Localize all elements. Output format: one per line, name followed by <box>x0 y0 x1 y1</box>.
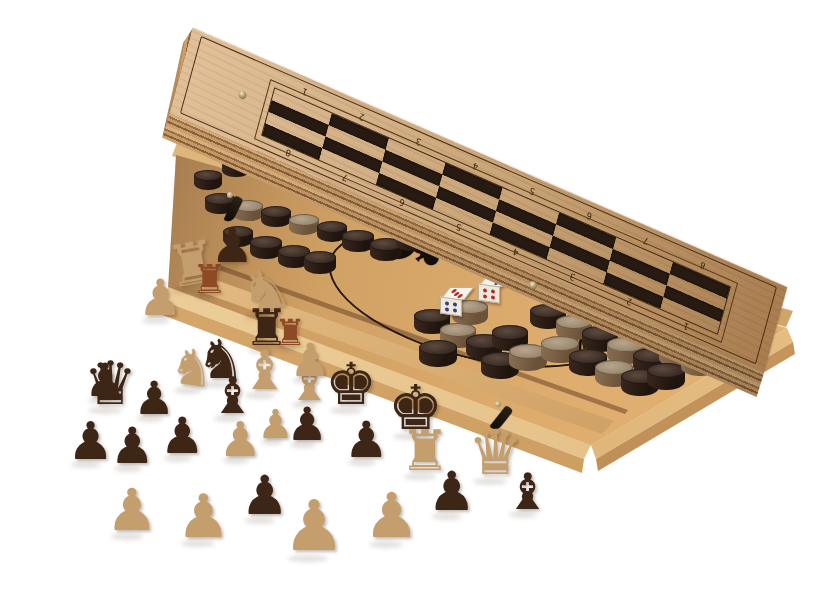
chess-piece-light-pawn: ♟ <box>138 273 183 323</box>
chess-piece-dark-pawn: ♟ <box>286 401 327 447</box>
chess-piece-dark-bishop: ♝ <box>505 467 550 517</box>
chess-piece-light-pawn: ♟ <box>364 485 420 547</box>
chess-piece-light-pawn: ♟ <box>283 491 346 561</box>
chess-piece-dark-pawn: ♟ <box>84 357 125 403</box>
chess-piece-dark-pawn: ♟ <box>241 469 289 523</box>
chess-piece-dark-pawn: ♟ <box>110 421 155 471</box>
chess-piece-dark-king: ♚ <box>325 355 377 413</box>
chess-piece-light-pawn: ♟ <box>106 481 158 539</box>
chess-piece-dark-pawn: ♟ <box>160 411 205 461</box>
chess-piece-light-pawn: ♟ <box>176 486 230 546</box>
chess-piece-dark-pawn: ♟ <box>344 415 389 465</box>
scene: ♣ ♣ ♣ ⚜ ❧ 12345678 87654321 ♜♜♟♛♟♟♟♟♟♟♟♟… <box>0 0 827 591</box>
chess-piece-light-pawn: ♟ <box>219 415 262 463</box>
chess-pieces-layer: ♜♜♟♛♟♟♟♟♟♟♟♟♞♞♞♜♜♝♝♝♟♟♟♟♟♟♚♟♟♚♜♟♛♝ <box>0 0 827 591</box>
chess-piece-dark-pawn: ♟ <box>67 415 114 467</box>
